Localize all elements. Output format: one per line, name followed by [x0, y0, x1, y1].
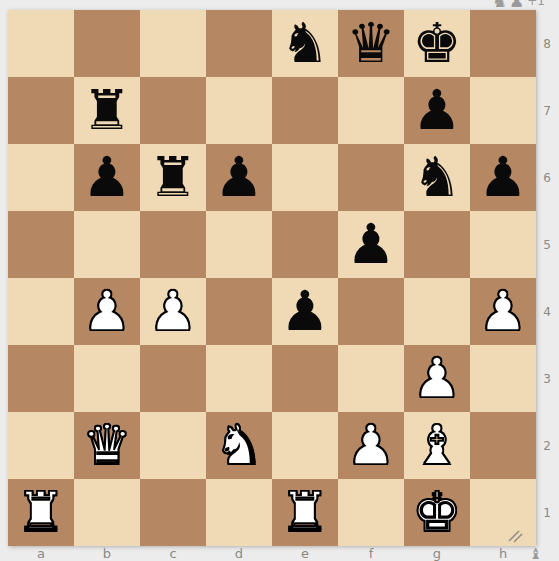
piece-white-rook[interactable]: ♜: [16, 485, 65, 540]
square-a3[interactable]: [8, 345, 74, 412]
square-f2[interactable]: ♟: [338, 412, 404, 479]
square-d7[interactable]: [206, 77, 272, 144]
square-b5[interactable]: [74, 211, 140, 278]
piece-black-pawn[interactable]: ♟: [412, 83, 461, 138]
square-b4[interactable]: ♟: [74, 278, 140, 345]
file-label-b: b: [74, 547, 140, 561]
square-b3[interactable]: [74, 345, 140, 412]
file-label-g: g: [404, 547, 470, 561]
piece-white-pawn[interactable]: ♟: [412, 351, 461, 406]
file-label-a: a: [8, 547, 74, 561]
rank-label-3: 3: [538, 372, 556, 386]
file-label-f: f: [338, 547, 404, 561]
square-b6[interactable]: ♟: [74, 144, 140, 211]
square-f7[interactable]: [338, 77, 404, 144]
square-e4[interactable]: ♟: [272, 278, 338, 345]
rank-label-1: 1: [538, 506, 556, 520]
square-c8[interactable]: [140, 10, 206, 77]
square-g7[interactable]: ♟: [404, 77, 470, 144]
square-f8[interactable]: ♛: [338, 10, 404, 77]
square-e7[interactable]: [272, 77, 338, 144]
square-h2[interactable]: [470, 412, 536, 479]
material-indicator-white: ♝: [527, 544, 542, 561]
rank-label-2: 2: [538, 439, 556, 453]
square-g3[interactable]: ♟: [404, 345, 470, 412]
square-c6[interactable]: ♜: [140, 144, 206, 211]
piece-white-rook[interactable]: ♜: [280, 485, 329, 540]
square-f1[interactable]: [338, 479, 404, 546]
square-h4[interactable]: ♟: [470, 278, 536, 345]
piece-black-queen[interactable]: ♛: [346, 16, 395, 71]
captured-bishop-icon: ♝: [529, 545, 542, 561]
piece-white-queen[interactable]: ♛: [82, 418, 131, 473]
square-b2[interactable]: ♛: [74, 412, 140, 479]
square-h5[interactable]: [470, 211, 536, 278]
piece-white-pawn[interactable]: ♟: [346, 418, 395, 473]
square-c2[interactable]: [140, 412, 206, 479]
chess-board[interactable]: ♞♛♚♜♟♟♜♟♞♟♟♟♟♟♟♟♛♞♟♝♜♜♚: [8, 10, 536, 546]
square-e6[interactable]: [272, 144, 338, 211]
square-a2[interactable]: [8, 412, 74, 479]
square-e8[interactable]: ♞: [272, 10, 338, 77]
square-g8[interactable]: ♚: [404, 10, 470, 77]
piece-black-knight[interactable]: ♞: [412, 150, 461, 205]
square-a8[interactable]: [8, 10, 74, 77]
square-d2[interactable]: ♞: [206, 412, 272, 479]
rank-label-6: 6: [538, 171, 556, 185]
square-d6[interactable]: ♟: [206, 144, 272, 211]
square-e2[interactable]: [272, 412, 338, 479]
square-a1[interactable]: ♜: [8, 479, 74, 546]
square-f3[interactable]: [338, 345, 404, 412]
square-d3[interactable]: [206, 345, 272, 412]
square-b8[interactable]: [74, 10, 140, 77]
piece-white-pawn[interactable]: ♟: [148, 284, 197, 339]
square-a4[interactable]: [8, 278, 74, 345]
square-c3[interactable]: [140, 345, 206, 412]
square-a7[interactable]: [8, 77, 74, 144]
file-label-d: d: [206, 547, 272, 561]
piece-black-king[interactable]: ♚: [412, 16, 461, 71]
piece-white-pawn[interactable]: ♟: [478, 284, 527, 339]
square-d4[interactable]: [206, 278, 272, 345]
captured-piece-icons: ♝: [527, 544, 542, 561]
square-d5[interactable]: [206, 211, 272, 278]
square-a6[interactable]: [8, 144, 74, 211]
board-resize-handle[interactable]: [505, 527, 525, 545]
piece-black-pawn[interactable]: ♟: [280, 284, 329, 339]
piece-black-pawn[interactable]: ♟: [82, 150, 131, 205]
square-d1[interactable]: [206, 479, 272, 546]
piece-black-pawn[interactable]: ♟: [346, 217, 395, 272]
square-c1[interactable]: [140, 479, 206, 546]
piece-black-rook[interactable]: ♜: [148, 150, 197, 205]
piece-white-knight[interactable]: ♞: [214, 418, 263, 473]
rank-label-5: 5: [538, 238, 556, 252]
file-label-c: c: [140, 547, 206, 561]
square-g6[interactable]: ♞: [404, 144, 470, 211]
chess-analysis-view: ♞♛♚♜♟♟♜♟♞♟♟♟♟♟♟♟♛♞♟♝♜♜♚ abcdefgh 8765432…: [0, 0, 559, 561]
square-g5[interactable]: [404, 211, 470, 278]
square-c5[interactable]: [140, 211, 206, 278]
square-h1[interactable]: [470, 479, 536, 546]
square-e1[interactable]: ♜: [272, 479, 338, 546]
piece-white-king[interactable]: ♚: [412, 485, 461, 540]
captured-knight-icon: ♞: [492, 0, 507, 11]
square-g4[interactable]: [404, 278, 470, 345]
piece-white-pawn[interactable]: ♟: [82, 284, 131, 339]
square-f6[interactable]: [338, 144, 404, 211]
captured-pawn-icon: ♟: [509, 0, 524, 11]
square-e3[interactable]: [272, 345, 338, 412]
material-score: +1: [527, 0, 545, 8]
square-h6[interactable]: ♟: [470, 144, 536, 211]
piece-white-bishop[interactable]: ♝: [412, 418, 461, 473]
square-b1[interactable]: [74, 479, 140, 546]
square-f5[interactable]: ♟: [338, 211, 404, 278]
square-b7[interactable]: ♜: [74, 77, 140, 144]
file-label-e: e: [272, 547, 338, 561]
square-h8[interactable]: [470, 10, 536, 77]
square-g2[interactable]: ♝: [404, 412, 470, 479]
square-h3[interactable]: [470, 345, 536, 412]
square-a5[interactable]: [8, 211, 74, 278]
square-d8[interactable]: [206, 10, 272, 77]
square-g1[interactable]: ♚: [404, 479, 470, 546]
rank-label-8: 8: [538, 37, 556, 51]
square-e5[interactable]: [272, 211, 338, 278]
rank-label-7: 7: [538, 104, 556, 118]
piece-black-knight[interactable]: ♞: [280, 16, 329, 71]
piece-black-rook[interactable]: ♜: [82, 83, 131, 138]
captured-piece-icons: ♞♟: [490, 0, 525, 11]
piece-black-pawn[interactable]: ♟: [214, 150, 263, 205]
square-f4[interactable]: [338, 278, 404, 345]
material-indicator-black: ♞♟+1: [490, 0, 545, 11]
square-c7[interactable]: [140, 77, 206, 144]
rank-label-4: 4: [538, 305, 556, 319]
square-h7[interactable]: [470, 77, 536, 144]
piece-black-pawn[interactable]: ♟: [478, 150, 527, 205]
square-c4[interactable]: ♟: [140, 278, 206, 345]
